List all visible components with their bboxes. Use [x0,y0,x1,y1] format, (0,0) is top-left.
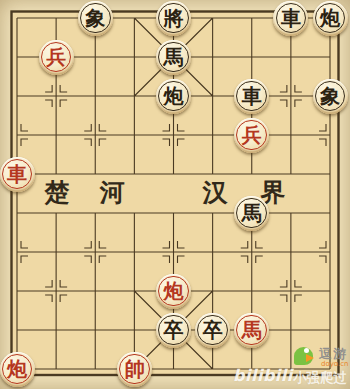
piece-glyph: 炮 [320,8,340,28]
piece-glyph: 兵 [46,47,66,67]
piece-black-soldier[interactable]: 卒 [195,313,230,348]
piece-glyph: 馬 [164,47,184,67]
piece-glyph: 卒 [203,320,223,340]
piece-black-elephant[interactable]: 象 [313,79,348,114]
piece-black-cannon[interactable]: 炮 [313,1,348,36]
board-grid[interactable]: 象將車炮兵馬炮車象兵車馬炮卒卒馬炮帥 [0,0,350,389]
piece-black-chariot[interactable]: 車 [273,1,308,36]
piece-red-cannon[interactable]: 炮 [0,352,35,387]
doyo-logo-beak [306,354,314,362]
piece-black-elephant[interactable]: 象 [78,1,113,36]
piece-black-chariot[interactable]: 車 [234,79,269,114]
piece-red-general[interactable]: 帥 [117,352,152,387]
piece-glyph: 炮 [164,281,184,301]
piece-glyph: 車 [281,8,301,28]
piece-black-horse[interactable]: 馬 [234,196,269,231]
piece-black-cannon[interactable]: 炮 [156,79,191,114]
piece-glyph: 馬 [242,320,262,340]
bilibili-watermark: bilibili [233,366,293,385]
piece-glyph: 帥 [124,359,144,379]
bilibili-phrase-watermark: 小强爬过 [293,369,347,387]
piece-glyph: 馬 [242,203,262,223]
xiangqi-board: 楚 河 汉 界 象將車炮兵馬炮車象兵車馬炮卒卒馬炮帥 逗游 doyo.cn bi… [0,0,350,389]
piece-glyph: 炮 [7,359,27,379]
piece-red-cannon[interactable]: 炮 [156,274,191,309]
piece-red-chariot[interactable]: 車 [0,157,35,192]
piece-glyph: 炮 [164,86,184,106]
piece-black-soldier[interactable]: 卒 [156,313,191,348]
doyo-logo-eye [304,348,309,353]
piece-red-horse[interactable]: 馬 [234,313,269,348]
piece-glyph: 卒 [164,320,184,340]
piece-red-soldier[interactable]: 兵 [39,40,74,75]
piece-black-horse[interactable]: 馬 [156,40,191,75]
piece-glyph: 車 [242,86,262,106]
piece-glyph: 象 [85,8,105,28]
piece-glyph: 將 [164,8,184,28]
piece-glyph: 車 [7,164,27,184]
piece-glyph: 象 [320,86,340,106]
piece-black-general[interactable]: 將 [156,1,191,36]
piece-red-soldier[interactable]: 兵 [234,118,269,153]
doyo-watermark: 逗游 doyo.cn [294,345,350,371]
doyo-domain-text: doyo.cn [321,360,349,368]
piece-glyph: 兵 [242,125,262,145]
